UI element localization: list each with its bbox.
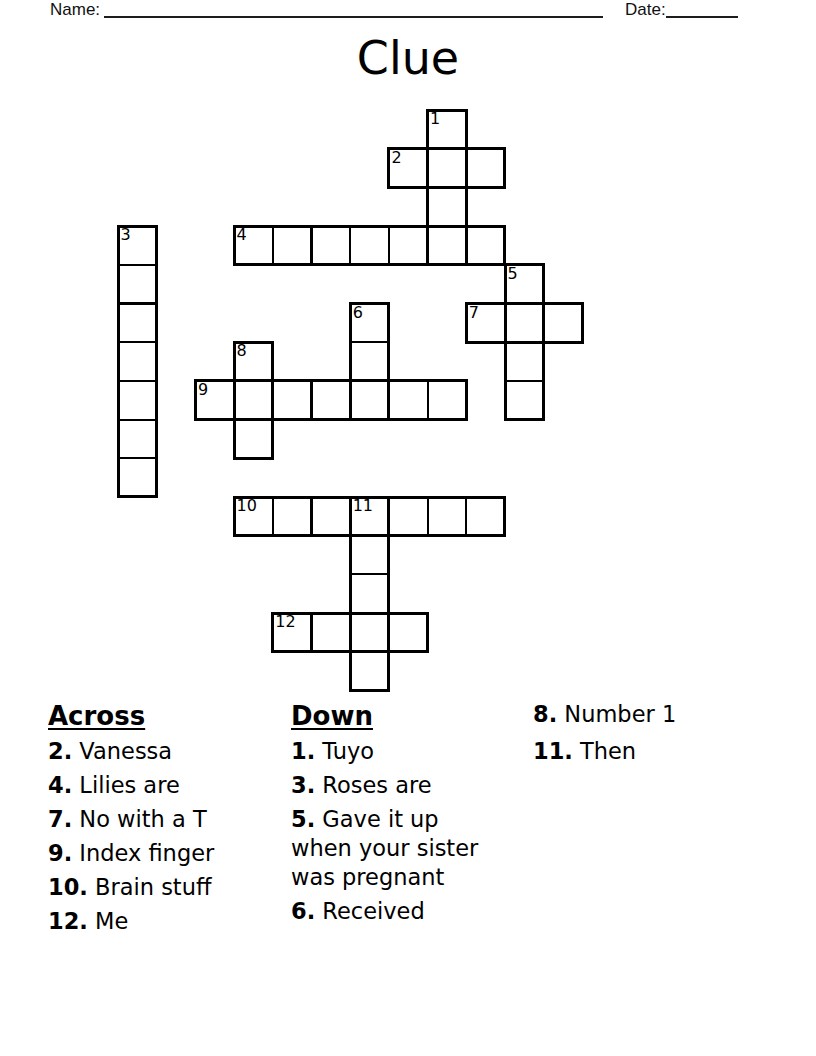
clue-number: 9. [48, 840, 72, 866]
clue-number: 6. [291, 898, 315, 924]
grid-cell-r10-c7[interactable] [388, 496, 429, 537]
cell-number-12: 12 [275, 614, 295, 630]
clue-text: Then [573, 738, 636, 764]
clue-text: Gave it up when your sister was pregnant [291, 806, 478, 890]
clue-number: 12. [48, 908, 88, 934]
grid-cell-r7-c4[interactable] [272, 380, 313, 421]
clue-number: 5. [291, 806, 315, 832]
clue-9-across: 9. Index finger [48, 839, 283, 868]
puzzle-title: Clue [0, 33, 816, 83]
down-clue-list: 1. Tuyo3. Roses are5. Gave it up when yo… [291, 737, 496, 926]
grid-cell-r3-c7[interactable] [388, 225, 429, 266]
crossword-worksheet-page: { "page": { "name_label": "Name:", "date… [0, 0, 816, 1056]
name-label: Name: [50, 1, 100, 19]
clue-text: Number 1 [557, 701, 676, 727]
clue-11-down: 11. Then [533, 737, 788, 766]
cell-number-3: 3 [121, 227, 131, 243]
clue-number: 10. [48, 874, 88, 900]
clue-8-down: 8. Number 1 [533, 700, 788, 729]
date-fill-in-line[interactable] [666, 16, 738, 18]
clue-text: Brain stuff [88, 874, 212, 900]
clue-text: Vanessa [72, 738, 172, 764]
grid-cell-r7-c7[interactable] [388, 380, 429, 421]
clue-text: Me [88, 908, 128, 934]
cell-number-8: 8 [237, 343, 247, 359]
clue-7-across: 7. No with a T [48, 805, 283, 834]
grid-cell-r6-c10[interactable] [504, 341, 545, 382]
grid-cell-r5-c0[interactable] [117, 303, 158, 344]
clue-text: No with a T [72, 806, 206, 832]
date-label: Date: [625, 1, 666, 19]
grid-cell-r1-c9[interactable] [465, 148, 506, 189]
grid-cell-r7-c3[interactable] [233, 380, 274, 421]
clue-12-across: 12. Me [48, 907, 283, 936]
grid-cell-r7-c10[interactable] [504, 380, 545, 421]
clue-2-across: 2. Vanessa [48, 737, 283, 766]
clue-6-down: 6. Received [291, 897, 496, 926]
grid-cell-r2-c8[interactable] [427, 186, 468, 227]
grid-cell-r13-c6[interactable] [349, 612, 390, 653]
clue-number: 4. [48, 772, 72, 798]
grid-cell-r10-c8[interactable] [427, 496, 468, 537]
grid-cell-r9-c0[interactable] [117, 457, 158, 498]
down-heading: Down [291, 700, 496, 733]
grid-cell-r1-c8[interactable] [427, 148, 468, 189]
clue-10-across: 10. Brain stuff [48, 873, 283, 902]
grid-cell-r3-c6[interactable] [349, 225, 390, 266]
clue-text: Received [315, 898, 425, 924]
clue-number: 8. [533, 701, 557, 727]
grid-cell-r3-c5[interactable] [311, 225, 352, 266]
grid-cell-r4-c0[interactable] [117, 264, 158, 305]
cell-number-11: 11 [353, 498, 373, 514]
grid-cell-r3-c4[interactable] [272, 225, 313, 266]
grid-cell-r3-c9[interactable] [465, 225, 506, 266]
cell-number-1: 1 [430, 111, 440, 127]
name-fill-in-line[interactable] [104, 16, 603, 18]
across-clue-list: 2. Vanessa4. Lilies are7. No with a T9. … [48, 737, 283, 936]
clue-text: Lilies are [72, 772, 180, 798]
grid-cell-r6-c0[interactable] [117, 341, 158, 382]
grid-cell-r7-c6[interactable] [349, 380, 390, 421]
clue-number: 1. [291, 738, 315, 764]
clue-number: 11. [533, 738, 573, 764]
clue-text: Index finger [72, 840, 214, 866]
grid-cell-r5-c11[interactable] [543, 303, 584, 344]
cell-number-2: 2 [391, 150, 401, 166]
grid-cell-r5-c10[interactable] [504, 303, 545, 344]
grid-cell-r3-c8[interactable] [427, 225, 468, 266]
grid-cell-r10-c9[interactable] [465, 496, 506, 537]
grid-cell-r12-c6[interactable] [349, 573, 390, 614]
cell-number-4: 4 [237, 227, 247, 243]
cell-number-7: 7 [469, 305, 479, 321]
grid-cell-r10-c5[interactable] [311, 496, 352, 537]
clue-number: 3. [291, 772, 315, 798]
clue-1-down: 1. Tuyo [291, 737, 496, 766]
across-heading: Across [48, 700, 283, 733]
cell-number-6: 6 [353, 305, 363, 321]
grid-cell-r7-c5[interactable] [311, 380, 352, 421]
grid-cell-r6-c6[interactable] [349, 341, 390, 382]
grid-cell-r8-c3[interactable] [233, 419, 274, 460]
grid-cell-r7-c0[interactable] [117, 380, 158, 421]
clue-5-down: 5. Gave it up when your sister was pregn… [291, 805, 496, 892]
clue-number: 7. [48, 806, 72, 832]
down-clues-continued-column: 8. Number 111. Then [533, 700, 788, 774]
clue-4-across: 4. Lilies are [48, 771, 283, 800]
grid-cell-r13-c7[interactable] [388, 612, 429, 653]
cell-number-10: 10 [237, 498, 257, 514]
grid-cell-r13-c5[interactable] [311, 612, 352, 653]
grid-cell-r14-c6[interactable] [349, 651, 390, 692]
down-clues-column: Down 1. Tuyo3. Roses are5. Gave it up wh… [291, 700, 496, 931]
across-clues-column: Across 2. Vanessa4. Lilies are7. No with… [48, 700, 283, 941]
grid-cell-r8-c0[interactable] [117, 419, 158, 460]
clue-number: 2. [48, 738, 72, 764]
grid-cell-r7-c8[interactable] [427, 380, 468, 421]
clue-text: Roses are [315, 772, 431, 798]
clue-text: Tuyo [315, 738, 374, 764]
grid-cell-r10-c4[interactable] [272, 496, 313, 537]
cell-number-9: 9 [198, 382, 208, 398]
cell-number-5: 5 [508, 266, 518, 282]
grid-cell-r11-c6[interactable] [349, 535, 390, 576]
down-clue-list-continued: 8. Number 111. Then [533, 700, 788, 766]
clue-3-down: 3. Roses are [291, 771, 496, 800]
